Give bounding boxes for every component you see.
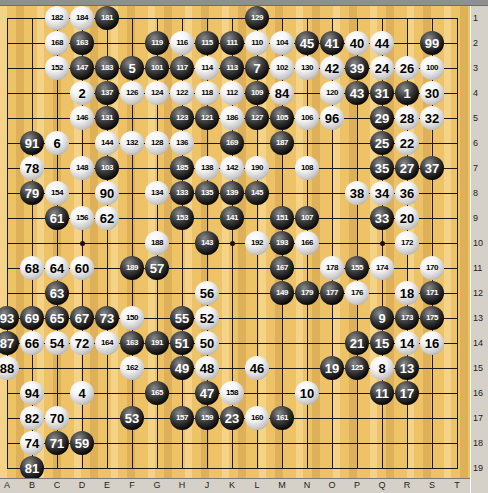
white-stone-move-118[interactable]: 118 bbox=[195, 81, 219, 105]
black-stone-move-43[interactable]: 43 bbox=[345, 81, 369, 105]
row-label-5: 5 bbox=[473, 113, 487, 123]
white-stone-move-144[interactable]: 144 bbox=[95, 131, 119, 155]
black-stone-move-139[interactable]: 139 bbox=[220, 181, 244, 205]
go-game-record-window: 1821841811291681631191161151111101044541… bbox=[0, 0, 488, 493]
black-stone-move-163[interactable]: 163 bbox=[120, 331, 144, 355]
row-label-4: 4 bbox=[473, 88, 487, 98]
white-stone-move-32[interactable]: 32 bbox=[420, 106, 444, 130]
white-stone-move-6[interactable]: 6 bbox=[45, 131, 69, 155]
black-stone-move-173[interactable]: 173 bbox=[395, 306, 419, 330]
white-stone-move-130[interactable]: 130 bbox=[295, 56, 319, 80]
white-stone-move-78[interactable]: 78 bbox=[20, 156, 44, 180]
white-stone-move-106[interactable]: 106 bbox=[295, 106, 319, 130]
black-stone-move-101[interactable]: 101 bbox=[145, 56, 169, 80]
black-stone-move-145[interactable]: 145 bbox=[245, 181, 269, 205]
white-stone-move-178[interactable]: 178 bbox=[320, 256, 344, 280]
black-stone-move-11[interactable]: 11 bbox=[370, 381, 394, 405]
black-stone-move-119[interactable]: 119 bbox=[145, 31, 169, 55]
black-stone-move-171[interactable]: 171 bbox=[420, 281, 444, 305]
row-label-19: 19 bbox=[473, 463, 487, 473]
black-stone-move-185[interactable]: 185 bbox=[170, 156, 194, 180]
black-stone-move-27[interactable]: 27 bbox=[395, 156, 419, 180]
black-stone-move-21[interactable]: 21 bbox=[345, 331, 369, 355]
black-stone-move-53[interactable]: 53 bbox=[120, 406, 144, 430]
black-stone-move-113[interactable]: 113 bbox=[220, 56, 244, 80]
column-label-S: S bbox=[425, 480, 439, 490]
black-stone-move-39[interactable]: 39 bbox=[345, 56, 369, 80]
white-stone-move-20[interactable]: 20 bbox=[395, 206, 419, 230]
white-stone-move-192[interactable]: 192 bbox=[245, 231, 269, 255]
black-stone-move-35[interactable]: 35 bbox=[370, 156, 394, 180]
white-stone-move-48[interactable]: 48 bbox=[195, 356, 219, 380]
white-stone-move-64[interactable]: 64 bbox=[45, 256, 69, 280]
black-stone-move-155[interactable]: 155 bbox=[345, 256, 369, 280]
row-label-15: 15 bbox=[473, 363, 487, 373]
row-label-2: 2 bbox=[473, 38, 487, 48]
black-stone-move-115[interactable]: 115 bbox=[195, 31, 219, 55]
black-stone-move-181[interactable]: 181 bbox=[95, 6, 119, 30]
white-stone-move-72[interactable]: 72 bbox=[70, 331, 94, 355]
grid-horizontal-line bbox=[7, 468, 458, 469]
white-stone-move-44[interactable]: 44 bbox=[370, 31, 394, 55]
white-stone-move-184[interactable]: 184 bbox=[70, 6, 94, 30]
white-stone-move-34[interactable]: 34 bbox=[370, 181, 394, 205]
row-label-8: 8 bbox=[473, 188, 487, 198]
column-label-F: F bbox=[125, 480, 139, 490]
white-stone-move-22[interactable]: 22 bbox=[395, 131, 419, 155]
white-stone-move-60[interactable]: 60 bbox=[70, 256, 94, 280]
white-stone-move-110[interactable]: 110 bbox=[245, 31, 269, 55]
white-stone-move-166[interactable]: 166 bbox=[295, 231, 319, 255]
white-stone-move-14[interactable]: 14 bbox=[395, 331, 419, 355]
black-stone-move-65[interactable]: 65 bbox=[45, 306, 69, 330]
white-stone-move-94[interactable]: 94 bbox=[20, 381, 44, 405]
white-stone-move-56[interactable]: 56 bbox=[195, 281, 219, 305]
white-stone-move-122[interactable]: 122 bbox=[170, 81, 194, 105]
white-stone-move-124[interactable]: 124 bbox=[145, 81, 169, 105]
row-label-11: 11 bbox=[473, 263, 487, 273]
black-stone-move-191[interactable]: 191 bbox=[145, 331, 169, 355]
white-stone-move-160[interactable]: 160 bbox=[245, 406, 269, 430]
row-label-16: 16 bbox=[473, 388, 487, 398]
column-label-P: P bbox=[350, 480, 364, 490]
black-stone-move-55[interactable]: 55 bbox=[170, 306, 194, 330]
black-stone-move-137[interactable]: 137 bbox=[95, 81, 119, 105]
black-stone-move-157[interactable]: 157 bbox=[170, 406, 194, 430]
white-stone-move-136[interactable]: 136 bbox=[170, 131, 194, 155]
white-stone-move-114[interactable]: 114 bbox=[195, 56, 219, 80]
column-label-H: H bbox=[175, 480, 189, 490]
black-stone-move-111[interactable]: 111 bbox=[220, 31, 244, 55]
white-stone-move-134[interactable]: 134 bbox=[145, 181, 169, 205]
white-stone-move-102[interactable]: 102 bbox=[270, 56, 294, 80]
white-stone-move-142[interactable]: 142 bbox=[220, 156, 244, 180]
column-label-B: B bbox=[25, 480, 39, 490]
black-stone-move-133[interactable]: 133 bbox=[170, 181, 194, 205]
white-stone-move-188[interactable]: 188 bbox=[145, 231, 169, 255]
column-label-C: C bbox=[50, 480, 64, 490]
column-label-A: A bbox=[0, 480, 14, 490]
black-stone-move-29[interactable]: 29 bbox=[370, 106, 394, 130]
column-label-Q: Q bbox=[375, 480, 389, 490]
goban[interactable]: 1821841811291681631191161151111101044541… bbox=[0, 6, 470, 478]
black-stone-move-13[interactable]: 13 bbox=[395, 356, 419, 380]
black-stone-move-141[interactable]: 141 bbox=[220, 206, 244, 230]
white-stone-move-146[interactable]: 146 bbox=[70, 106, 94, 130]
black-stone-move-93[interactable]: 93 bbox=[0, 306, 19, 330]
white-stone-move-42[interactable]: 42 bbox=[320, 56, 344, 80]
column-label-R: R bbox=[400, 480, 414, 490]
row-label-12: 12 bbox=[473, 288, 487, 298]
column-label-J: J bbox=[200, 480, 214, 490]
white-stone-move-100[interactable]: 100 bbox=[420, 56, 444, 80]
row-label-14: 14 bbox=[473, 338, 487, 348]
black-stone-move-71[interactable]: 71 bbox=[45, 431, 69, 455]
white-stone-move-138[interactable]: 138 bbox=[195, 156, 219, 180]
white-stone-move-40[interactable]: 40 bbox=[345, 31, 369, 55]
black-stone-move-165[interactable]: 165 bbox=[145, 381, 169, 405]
white-stone-move-104[interactable]: 104 bbox=[270, 31, 294, 55]
white-stone-move-154[interactable]: 154 bbox=[45, 181, 69, 205]
star-point bbox=[230, 241, 235, 246]
black-stone-move-107[interactable]: 107 bbox=[295, 206, 319, 230]
column-label-K: K bbox=[225, 480, 239, 490]
black-stone-move-135[interactable]: 135 bbox=[195, 181, 219, 205]
white-stone-move-84[interactable]: 84 bbox=[270, 81, 294, 105]
white-stone-move-24[interactable]: 24 bbox=[370, 56, 394, 80]
black-stone-move-163[interactable]: 163 bbox=[70, 31, 94, 55]
grid-vertical-line bbox=[457, 18, 458, 469]
black-stone-move-105[interactable]: 105 bbox=[270, 106, 294, 130]
black-stone-move-149[interactable]: 149 bbox=[270, 281, 294, 305]
white-stone-move-96[interactable]: 96 bbox=[320, 106, 344, 130]
black-stone-move-7[interactable]: 7 bbox=[245, 56, 269, 80]
white-stone-move-108[interactable]: 108 bbox=[295, 156, 319, 180]
black-stone-move-63[interactable]: 63 bbox=[45, 281, 69, 305]
white-stone-move-8[interactable]: 8 bbox=[370, 356, 394, 380]
black-stone-move-183[interactable]: 183 bbox=[95, 56, 119, 80]
white-stone-move-4[interactable]: 4 bbox=[70, 381, 94, 405]
white-stone-move-172[interactable]: 172 bbox=[395, 231, 419, 255]
black-stone-move-47[interactable]: 47 bbox=[195, 381, 219, 405]
black-stone-move-69[interactable]: 69 bbox=[20, 306, 44, 330]
white-stone-move-168[interactable]: 168 bbox=[45, 31, 69, 55]
column-label-O: O bbox=[325, 480, 339, 490]
white-stone-move-54[interactable]: 54 bbox=[45, 331, 69, 355]
white-stone-move-132[interactable]: 132 bbox=[120, 131, 144, 155]
black-stone-move-87[interactable]: 87 bbox=[0, 331, 19, 355]
black-stone-move-51[interactable]: 51 bbox=[170, 331, 194, 355]
white-stone-move-148[interactable]: 148 bbox=[70, 156, 94, 180]
white-stone-move-30[interactable]: 30 bbox=[420, 81, 444, 105]
black-stone-move-79[interactable]: 79 bbox=[20, 181, 44, 205]
row-label-1: 1 bbox=[473, 13, 487, 23]
black-stone-move-193[interactable]: 193 bbox=[270, 231, 294, 255]
white-stone-move-62[interactable]: 62 bbox=[95, 206, 119, 230]
white-stone-move-174[interactable]: 174 bbox=[370, 256, 394, 280]
black-stone-move-117[interactable]: 117 bbox=[170, 56, 194, 80]
black-stone-move-23[interactable]: 23 bbox=[220, 406, 244, 430]
black-stone-move-19[interactable]: 19 bbox=[320, 356, 344, 380]
white-stone-move-162[interactable]: 162 bbox=[120, 356, 144, 380]
white-stone-move-36[interactable]: 36 bbox=[395, 181, 419, 205]
black-stone-move-167[interactable]: 167 bbox=[270, 256, 294, 280]
white-stone-move-28[interactable]: 28 bbox=[395, 106, 419, 130]
black-stone-move-9[interactable]: 9 bbox=[370, 306, 394, 330]
column-label-N: N bbox=[300, 480, 314, 490]
row-label-18: 18 bbox=[473, 438, 487, 448]
white-stone-move-182[interactable]: 182 bbox=[45, 6, 69, 30]
black-stone-move-5[interactable]: 5 bbox=[120, 56, 144, 80]
black-stone-move-31[interactable]: 31 bbox=[370, 81, 394, 105]
black-stone-move-187[interactable]: 187 bbox=[270, 131, 294, 155]
black-stone-move-73[interactable]: 73 bbox=[95, 306, 119, 330]
black-stone-move-61[interactable]: 61 bbox=[45, 206, 69, 230]
black-stone-move-45[interactable]: 45 bbox=[295, 31, 319, 55]
star-point bbox=[80, 241, 85, 246]
black-stone-move-91[interactable]: 91 bbox=[20, 131, 44, 155]
black-stone-move-67[interactable]: 67 bbox=[70, 306, 94, 330]
star-point bbox=[380, 241, 385, 246]
column-label-T: T bbox=[450, 480, 464, 490]
black-stone-move-109[interactable]: 109 bbox=[245, 81, 269, 105]
black-stone-move-161[interactable]: 161 bbox=[270, 406, 294, 430]
white-stone-move-158[interactable]: 158 bbox=[220, 381, 244, 405]
white-stone-move-66[interactable]: 66 bbox=[20, 331, 44, 355]
black-stone-move-125[interactable]: 125 bbox=[345, 356, 369, 380]
white-stone-move-74[interactable]: 74 bbox=[20, 431, 44, 455]
black-stone-move-37[interactable]: 37 bbox=[420, 156, 444, 180]
black-stone-move-151[interactable]: 151 bbox=[270, 206, 294, 230]
column-label-D: D bbox=[75, 480, 89, 490]
row-label-3: 3 bbox=[473, 63, 487, 73]
black-stone-move-1[interactable]: 1 bbox=[395, 81, 419, 105]
white-stone-move-112[interactable]: 112 bbox=[220, 81, 244, 105]
white-stone-move-186[interactable]: 186 bbox=[220, 106, 244, 130]
white-stone-move-2[interactable]: 2 bbox=[70, 81, 94, 105]
black-stone-move-121[interactable]: 121 bbox=[195, 106, 219, 130]
black-stone-move-175[interactable]: 175 bbox=[420, 306, 444, 330]
black-stone-move-59[interactable]: 59 bbox=[70, 431, 94, 455]
white-stone-move-116[interactable]: 116 bbox=[170, 31, 194, 55]
black-stone-move-129[interactable]: 129 bbox=[245, 6, 269, 30]
white-stone-move-126[interactable]: 126 bbox=[120, 81, 144, 105]
black-stone-move-49[interactable]: 49 bbox=[170, 356, 194, 380]
column-label-E: E bbox=[100, 480, 114, 490]
black-stone-move-159[interactable]: 159 bbox=[195, 406, 219, 430]
row-label-9: 9 bbox=[473, 213, 487, 223]
black-stone-move-33[interactable]: 33 bbox=[370, 206, 394, 230]
white-stone-move-88[interactable]: 88 bbox=[0, 356, 19, 380]
black-stone-move-41[interactable]: 41 bbox=[320, 31, 344, 55]
white-stone-move-18[interactable]: 18 bbox=[395, 281, 419, 305]
white-stone-move-128[interactable]: 128 bbox=[145, 131, 169, 155]
row-label-10: 10 bbox=[473, 238, 487, 248]
black-stone-move-103[interactable]: 103 bbox=[95, 156, 119, 180]
black-stone-move-25[interactable]: 25 bbox=[370, 131, 394, 155]
row-label-7: 7 bbox=[473, 163, 487, 173]
black-stone-move-169[interactable]: 169 bbox=[220, 131, 244, 155]
white-stone-move-46[interactable]: 46 bbox=[245, 356, 269, 380]
grid-horizontal-line bbox=[7, 293, 458, 294]
black-stone-move-153[interactable]: 153 bbox=[170, 206, 194, 230]
black-stone-move-57[interactable]: 57 bbox=[145, 256, 169, 280]
column-label-L: L bbox=[250, 480, 264, 490]
row-label-6: 6 bbox=[473, 138, 487, 148]
column-label-G: G bbox=[150, 480, 164, 490]
black-stone-move-179[interactable]: 179 bbox=[295, 281, 319, 305]
white-stone-move-152[interactable]: 152 bbox=[45, 56, 69, 80]
black-stone-move-127[interactable]: 127 bbox=[245, 106, 269, 130]
white-stone-move-90[interactable]: 90 bbox=[95, 181, 119, 205]
row-label-13: 13 bbox=[473, 313, 487, 323]
black-stone-move-143[interactable]: 143 bbox=[195, 231, 219, 255]
white-stone-move-70[interactable]: 70 bbox=[45, 406, 69, 430]
column-label-M: M bbox=[275, 480, 289, 490]
black-stone-move-131[interactable]: 131 bbox=[95, 106, 119, 130]
white-stone-move-26[interactable]: 26 bbox=[395, 56, 419, 80]
black-stone-move-81[interactable]: 81 bbox=[20, 456, 44, 478]
black-stone-move-17[interactable]: 17 bbox=[395, 381, 419, 405]
white-stone-move-164[interactable]: 164 bbox=[95, 331, 119, 355]
black-stone-move-177[interactable]: 177 bbox=[320, 281, 344, 305]
black-stone-move-15[interactable]: 15 bbox=[370, 331, 394, 355]
white-stone-move-82[interactable]: 82 bbox=[20, 406, 44, 430]
black-stone-move-147[interactable]: 147 bbox=[70, 56, 94, 80]
white-stone-move-176[interactable]: 176 bbox=[345, 281, 369, 305]
white-stone-move-38[interactable]: 38 bbox=[345, 181, 369, 205]
black-stone-move-99[interactable]: 99 bbox=[420, 31, 444, 55]
white-stone-move-68[interactable]: 68 bbox=[20, 256, 44, 280]
white-stone-move-190[interactable]: 190 bbox=[245, 156, 269, 180]
white-stone-move-16[interactable]: 16 bbox=[420, 331, 444, 355]
white-stone-move-150[interactable]: 150 bbox=[120, 306, 144, 330]
white-stone-move-50[interactable]: 50 bbox=[195, 331, 219, 355]
black-stone-move-189[interactable]: 189 bbox=[120, 256, 144, 280]
white-stone-move-52[interactable]: 52 bbox=[195, 306, 219, 330]
white-stone-move-10[interactable]: 10 bbox=[295, 381, 319, 405]
black-stone-move-123[interactable]: 123 bbox=[170, 106, 194, 130]
row-label-17: 17 bbox=[473, 413, 487, 423]
white-stone-move-156[interactable]: 156 bbox=[70, 206, 94, 230]
white-stone-move-120[interactable]: 120 bbox=[320, 81, 344, 105]
white-stone-move-170[interactable]: 170 bbox=[420, 256, 444, 280]
